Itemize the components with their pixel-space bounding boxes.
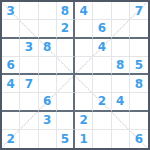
cell-r6c5-empty[interactable] <box>75 93 93 111</box>
cell-r7c6-empty[interactable] <box>93 112 111 130</box>
cell-r2c2-empty[interactable] <box>20 20 38 38</box>
cell-r3c4-empty[interactable] <box>57 39 75 57</box>
cell-r1c3-empty[interactable] <box>39 2 57 20</box>
cell-r8c7-empty[interactable] <box>112 130 130 148</box>
cell-r4c6-empty[interactable] <box>93 57 111 75</box>
cell-r3c1-empty[interactable] <box>2 39 20 57</box>
cell-r5c7-empty[interactable] <box>112 75 130 93</box>
cell-r4c1-given[interactable]: 6 <box>2 57 20 75</box>
cell-r5c2-given[interactable]: 7 <box>20 75 38 93</box>
cell-r1c5-given[interactable]: 4 <box>75 2 93 20</box>
cell-r2c7-empty[interactable] <box>112 20 130 38</box>
cell-r1c4-given[interactable]: 8 <box>57 2 75 20</box>
cell-r3c2-given[interactable]: 3 <box>20 39 38 57</box>
cell-r4c8-given[interactable]: 5 <box>130 57 148 75</box>
cell-r6c6-given[interactable]: 2 <box>93 93 111 111</box>
cell-r6c2-empty[interactable] <box>20 93 38 111</box>
cell-r1c7-empty[interactable] <box>112 2 130 20</box>
cell-r6c7-given[interactable]: 4 <box>112 93 130 111</box>
cell-r8c1-given[interactable]: 2 <box>2 130 20 148</box>
cell-r3c6-given[interactable]: 4 <box>93 39 111 57</box>
cell-r7c2-empty[interactable] <box>20 112 38 130</box>
cell-r7c4-empty[interactable] <box>57 112 75 130</box>
cell-r4c7-given[interactable]: 8 <box>112 57 130 75</box>
cell-r7c5-given[interactable]: 2 <box>75 112 93 130</box>
cell-r8c6-empty[interactable] <box>93 130 111 148</box>
cell-r8c4-given[interactable]: 5 <box>57 130 75 148</box>
cell-r8c5-given[interactable]: 1 <box>75 130 93 148</box>
cell-r6c3-given[interactable]: 6 <box>39 93 57 111</box>
cell-r6c8-empty[interactable] <box>130 93 148 111</box>
cell-r8c8-given[interactable]: 6 <box>130 130 148 148</box>
cell-r1c1-given[interactable]: 3 <box>2 2 20 20</box>
cell-r4c4-empty[interactable] <box>57 57 75 75</box>
cell-r2c4-given[interactable]: 2 <box>57 20 75 38</box>
cell-r3c5-empty[interactable] <box>75 39 93 57</box>
cell-r1c2-empty[interactable] <box>20 2 38 20</box>
cell-r2c8-empty[interactable] <box>130 20 148 38</box>
cell-r5c8-given[interactable]: 8 <box>130 75 148 93</box>
cell-r8c2-empty[interactable] <box>20 130 38 148</box>
cell-r1c8-given[interactable]: 7 <box>130 2 148 20</box>
cell-r3c7-empty[interactable] <box>112 39 130 57</box>
cell-r1c6-empty[interactable] <box>93 2 111 20</box>
cell-r5c3-empty[interactable] <box>39 75 57 93</box>
cell-r2c3-empty[interactable] <box>39 20 57 38</box>
cell-r5c5-empty[interactable] <box>75 75 93 93</box>
cell-r7c8-empty[interactable] <box>130 112 148 130</box>
cell-r2c1-empty[interactable] <box>2 20 20 38</box>
cell-r4c2-empty[interactable] <box>20 57 38 75</box>
cell-r6c1-empty[interactable] <box>2 93 20 111</box>
cell-r7c1-empty[interactable] <box>2 112 20 130</box>
cell-r3c3-given[interactable]: 8 <box>39 39 57 57</box>
cell-r5c4-empty[interactable] <box>57 75 75 93</box>
cell-r4c3-empty[interactable] <box>39 57 57 75</box>
cell-r3c8-empty[interactable] <box>130 39 148 57</box>
cell-r6c4-empty[interactable] <box>57 93 75 111</box>
cell-r2c6-given[interactable]: 6 <box>93 20 111 38</box>
sudoku-board: 384726384685478624322516 <box>0 0 150 150</box>
cell-r4c5-empty[interactable] <box>75 57 93 75</box>
sudoku-grid: 384726384685478624322516 <box>2 2 148 148</box>
cell-r7c7-empty[interactable] <box>112 112 130 130</box>
cell-r2c5-empty[interactable] <box>75 20 93 38</box>
cell-r5c6-empty[interactable] <box>93 75 111 93</box>
cell-r7c3-given[interactable]: 3 <box>39 112 57 130</box>
cell-r5c1-given[interactable]: 4 <box>2 75 20 93</box>
cell-r8c3-empty[interactable] <box>39 130 57 148</box>
